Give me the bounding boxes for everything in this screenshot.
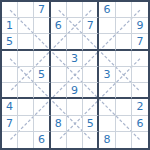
cell-r2c6[interactable]: 7 (83, 18, 99, 34)
given-digit: 2 (136, 101, 143, 112)
cell-r2c2[interactable] (18, 18, 34, 34)
cell-r1c6[interactable] (83, 2, 99, 18)
cell-r1c4[interactable] (51, 2, 67, 18)
sudoku-board: 76167957353942785668 (0, 0, 150, 150)
cell-r4c1[interactable] (2, 51, 18, 67)
cell-r4c6[interactable] (83, 51, 99, 67)
cell-r9c8[interactable] (116, 132, 132, 148)
cell-r3c5[interactable] (67, 34, 83, 50)
given-digit: 9 (71, 85, 78, 96)
cell-r3c8[interactable] (116, 34, 132, 50)
given-digit: 6 (55, 20, 62, 31)
cell-r6c5[interactable]: 9 (67, 83, 83, 99)
cell-r5c9[interactable] (132, 67, 148, 83)
cell-r3c4[interactable] (51, 34, 67, 50)
given-digit: 4 (6, 101, 13, 112)
cell-r9c9[interactable] (132, 132, 148, 148)
cell-r2c5[interactable] (67, 18, 83, 34)
cell-r8c3[interactable] (34, 116, 50, 132)
given-digit: 8 (55, 118, 62, 129)
cell-r6c9[interactable] (132, 83, 148, 99)
given-digit: 6 (136, 118, 143, 129)
cell-r2c3[interactable] (34, 18, 50, 34)
cell-r8c4[interactable]: 8 (51, 116, 67, 132)
cell-r5c3[interactable]: 5 (34, 67, 50, 83)
cell-r5c6[interactable] (83, 67, 99, 83)
given-digit: 8 (103, 134, 110, 145)
cell-r2c8[interactable] (116, 18, 132, 34)
given-digit: 1 (6, 20, 13, 31)
cell-r1c1[interactable] (2, 2, 18, 18)
cell-r4c4[interactable] (51, 51, 67, 67)
cell-r2c7[interactable] (99, 18, 115, 34)
cell-r9c6[interactable] (83, 132, 99, 148)
cell-r5c7[interactable]: 3 (99, 67, 115, 83)
cell-r1c8[interactable] (116, 2, 132, 18)
cell-r8c8[interactable] (116, 116, 132, 132)
given-digit: 5 (87, 118, 94, 129)
cell-r3c3[interactable] (34, 34, 50, 50)
cell-r8c6[interactable]: 5 (83, 116, 99, 132)
cell-r7c6[interactable] (83, 99, 99, 115)
cell-r7c3[interactable] (34, 99, 50, 115)
given-digit: 7 (136, 36, 143, 47)
cell-r4c7[interactable] (99, 51, 115, 67)
cell-r4c5[interactable]: 3 (67, 51, 83, 67)
cell-r3c1[interactable]: 5 (2, 34, 18, 50)
given-digit: 5 (38, 69, 45, 80)
cell-r7c9[interactable]: 2 (132, 99, 148, 115)
cell-r3c2[interactable] (18, 34, 34, 50)
cell-r5c8[interactable] (116, 67, 132, 83)
cell-r2c1[interactable]: 1 (2, 18, 18, 34)
cell-r3c7[interactable] (99, 34, 115, 50)
cell-r1c3[interactable]: 7 (34, 2, 50, 18)
cell-r2c4[interactable]: 6 (51, 18, 67, 34)
cell-r5c5[interactable] (67, 67, 83, 83)
given-digit: 7 (38, 4, 45, 15)
cell-r1c5[interactable] (67, 2, 83, 18)
cell-r6c8[interactable] (116, 83, 132, 99)
sudoku-grid: 76167957353942785668 (2, 2, 148, 148)
cell-r9c4[interactable] (51, 132, 67, 148)
cell-r1c9[interactable] (132, 2, 148, 18)
cell-r5c1[interactable] (2, 67, 18, 83)
cell-r6c1[interactable] (2, 83, 18, 99)
cell-r8c1[interactable]: 7 (2, 116, 18, 132)
cell-r1c2[interactable] (18, 2, 34, 18)
cell-r9c7[interactable]: 8 (99, 132, 115, 148)
cell-r7c7[interactable] (99, 99, 115, 115)
cell-r8c5[interactable] (67, 116, 83, 132)
given-digit: 3 (103, 69, 110, 80)
given-digit: 6 (38, 134, 45, 145)
given-digit: 7 (6, 118, 13, 129)
cell-r9c1[interactable] (2, 132, 18, 148)
cell-r7c2[interactable] (18, 99, 34, 115)
cell-r9c3[interactable]: 6 (34, 132, 50, 148)
given-digit: 5 (6, 36, 13, 47)
cell-r3c6[interactable] (83, 34, 99, 50)
cell-r6c6[interactable] (83, 83, 99, 99)
cell-r8c2[interactable] (18, 116, 34, 132)
cell-r5c4[interactable] (51, 67, 67, 83)
cell-r6c2[interactable] (18, 83, 34, 99)
cell-r6c4[interactable] (51, 83, 67, 99)
cell-r3c9[interactable]: 7 (132, 34, 148, 50)
cell-r9c2[interactable] (18, 132, 34, 148)
cell-r7c5[interactable] (67, 99, 83, 115)
cell-r4c2[interactable] (18, 51, 34, 67)
cell-r1c7[interactable]: 6 (99, 2, 115, 18)
cell-r6c3[interactable] (34, 83, 50, 99)
cell-r9c5[interactable] (67, 132, 83, 148)
cell-r4c8[interactable] (116, 51, 132, 67)
cell-r4c3[interactable] (34, 51, 50, 67)
given-digit: 3 (71, 53, 78, 64)
given-digit: 9 (136, 20, 143, 31)
cell-r7c1[interactable]: 4 (2, 99, 18, 115)
cell-r5c2[interactable] (18, 67, 34, 83)
cell-r7c8[interactable] (116, 99, 132, 115)
cell-r8c9[interactable]: 6 (132, 116, 148, 132)
cell-r8c7[interactable] (99, 116, 115, 132)
cell-r6c7[interactable] (99, 83, 115, 99)
cell-r2c9[interactable]: 9 (132, 18, 148, 34)
cell-r4c9[interactable] (132, 51, 148, 67)
cell-r7c4[interactable] (51, 99, 67, 115)
given-digit: 7 (87, 20, 94, 31)
given-digit: 6 (103, 4, 110, 15)
